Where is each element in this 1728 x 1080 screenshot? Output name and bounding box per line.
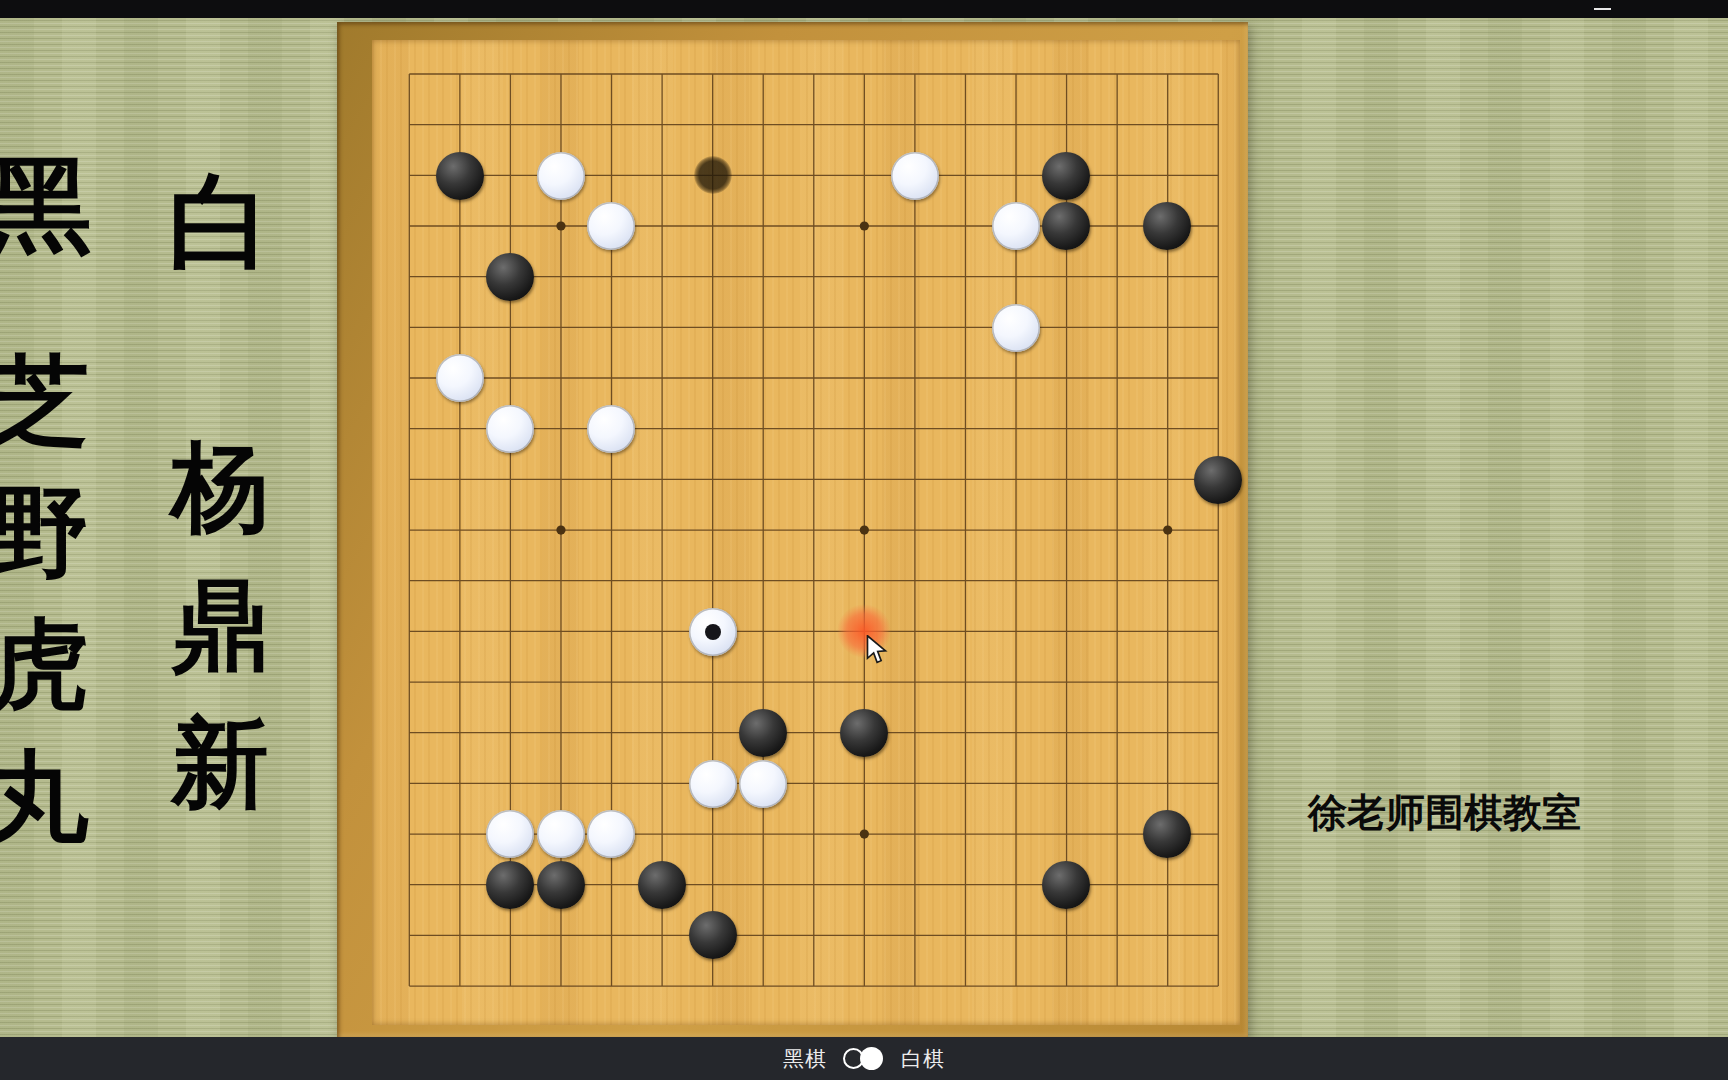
player-name-char: 野 [0,483,89,581]
last-move-white-stone [689,608,737,656]
window-titlebar [0,0,1728,18]
white-stone [587,405,635,453]
toggle-white-label[interactable]: 白棋 [901,1045,945,1073]
watermark-text: 徐老师围棋教室 [1308,786,1581,840]
player-name-char: 虎 [0,615,89,713]
go-board[interactable] [372,40,1240,1025]
black-stone [486,861,534,909]
white-stone [537,152,585,200]
black-stone [486,253,534,301]
black-stone [1194,456,1242,504]
black-stone [537,861,585,909]
mouse-cursor [866,635,890,665]
black-stone [840,709,888,757]
ghost-black-stone-preview [694,156,732,194]
black-stone [1143,202,1191,250]
white-stone [587,810,635,858]
white-stone-icon [860,1047,883,1070]
black-stone [638,861,686,909]
player-name-char: 鼎 [171,576,269,674]
stones-layer [384,49,1243,1011]
black-stone [1143,810,1191,858]
black-stone [689,911,737,959]
black-stone [739,709,787,757]
go-board-frame [337,22,1248,1037]
white-stone [992,202,1040,250]
black-stone [436,152,484,200]
white-stone [587,202,635,250]
bottom-toolbar: 黑棋 白棋 [0,1037,1728,1080]
toggle-black-label[interactable]: 黑棋 [783,1045,827,1073]
white-stone [891,152,939,200]
minimize-button[interactable] [1594,8,1611,10]
player-name-char: 丸 [0,747,89,845]
white-stone [486,405,534,453]
player-name-char: 杨 [171,438,269,536]
player-name-char: 新 [171,714,269,812]
black-stone [1042,861,1090,909]
player-color-char: 黑 [0,153,92,257]
player-name-char: 芝 [0,351,89,449]
white-stone [486,810,534,858]
white-stone [436,354,484,402]
stone-color-toggle[interactable] [843,1046,885,1072]
player-color-char: 白 [168,170,272,274]
black-stone [1042,202,1090,250]
white-stone [689,760,737,808]
app-screen: 黑芝野虎丸 白杨鼎新 徐老师围棋教室 黑棋 白棋 [0,0,1728,1080]
white-stone [739,760,787,808]
white-stone [992,304,1040,352]
black-stone [1042,152,1090,200]
white-stone [537,810,585,858]
